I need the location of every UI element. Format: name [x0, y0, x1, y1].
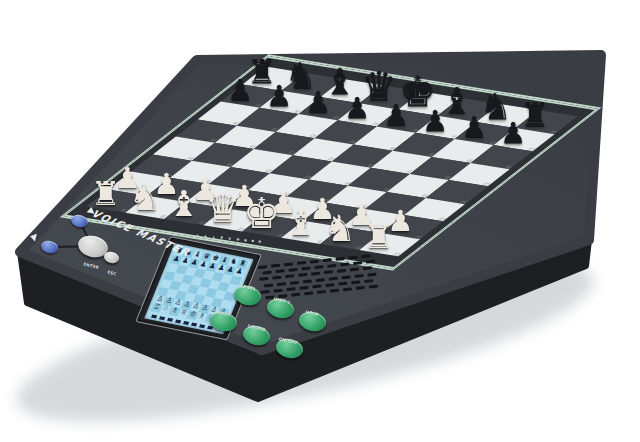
speaker-slot	[271, 264, 280, 268]
piece-white-queen[interactable]: ♛	[203, 188, 242, 228]
speaker-slot	[363, 266, 372, 270]
speaker-slot	[258, 265, 267, 269]
speaker-slot	[277, 282, 286, 286]
speaker-slot	[284, 262, 293, 266]
piece-black-pawn[interactable]: ♟	[221, 76, 260, 105]
speaker-slot	[259, 277, 268, 281]
speaker-slot	[316, 278, 325, 282]
speaker-slot	[310, 260, 319, 264]
piece-white-bishop[interactable]: ♝	[164, 186, 203, 222]
lcd-status-tick	[183, 321, 189, 325]
speaker-slot	[311, 272, 320, 276]
speaker-slot	[349, 256, 358, 260]
speaker-slot	[274, 288, 283, 292]
speaker-slot	[336, 257, 345, 261]
speaker-slot	[288, 268, 297, 272]
speaker-slot	[312, 284, 321, 288]
piece-white-knight[interactable]: ♞	[125, 180, 164, 216]
speaker-slot	[364, 279, 373, 283]
speaker-slot	[264, 283, 273, 287]
speaker-slot	[340, 263, 349, 267]
speaker-slot	[367, 272, 376, 276]
speaker-slot	[325, 283, 334, 287]
piece-white-king[interactable]: ♚	[242, 193, 281, 235]
speaker-slot	[341, 275, 350, 279]
speaker-slot	[351, 280, 360, 284]
speaker-slot	[329, 276, 338, 280]
speaker-slot	[299, 286, 308, 290]
speaker-slot	[314, 265, 323, 269]
speaker-slot	[261, 290, 270, 294]
piece-white-bishop[interactable]: ♝	[281, 205, 320, 241]
speaker-slot	[263, 271, 272, 275]
speaker-slot	[366, 260, 375, 264]
speaker-slot	[327, 264, 336, 268]
speaker-slot	[350, 268, 359, 272]
speaker-slot	[285, 275, 294, 279]
speaker-slot	[303, 279, 312, 283]
speaker-slot	[324, 271, 333, 275]
piece-black-pawn[interactable]: ♟	[299, 88, 338, 117]
speaker-slot	[290, 280, 299, 284]
piece-white-knight[interactable]: ♞	[320, 211, 359, 247]
speaker-slot	[297, 261, 306, 265]
lcd-status-tick	[191, 323, 197, 327]
speaker-slot	[361, 254, 370, 258]
piece-black-pawn[interactable]: ♟	[416, 107, 455, 136]
lcd-status-tick	[151, 315, 157, 319]
lcd-status-tick	[175, 319, 181, 323]
lcd-status-tick	[159, 316, 165, 320]
lcd-mini-board: ♜♞♝♛♚♝♞♜♟♟♟♟♟♟♟♟♙♙♙♙♙♙♙♙♖♘♗♕♔♗♘♖	[150, 247, 248, 325]
piece-black-pawn[interactable]: ♟	[260, 82, 299, 111]
speaker-slot	[323, 258, 332, 262]
speaker-slot	[276, 269, 285, 273]
piece-black-pawn[interactable]: ♟	[455, 113, 494, 142]
speaker-slot	[353, 261, 362, 265]
piece-black-pawn[interactable]: ♟	[338, 94, 377, 123]
chess-computer-photo: A8♜B8♞C8♝D8♛E8♚F8♝G8♞H8♜A7♟B7♟C7♟D7♟E7♟F…	[0, 0, 640, 442]
speaker-slot	[301, 267, 310, 271]
arrow-up-icon	[87, 206, 96, 213]
piece-white-rook[interactable]: ♜	[359, 220, 398, 253]
piece-black-pawn[interactable]: ♟	[377, 101, 416, 130]
speaker-slot	[272, 276, 281, 280]
lcd-status-tick	[199, 324, 205, 328]
speaker-slot	[298, 273, 307, 277]
speaker-slot	[337, 269, 346, 273]
lcd-status-tick	[167, 318, 173, 322]
speaker-slot	[354, 274, 363, 278]
piece-white-rook[interactable]: ♜	[86, 177, 125, 210]
piece-black-pawn[interactable]: ♟	[494, 119, 533, 148]
speaker-slot	[286, 287, 295, 291]
speaker-slot	[338, 282, 347, 286]
